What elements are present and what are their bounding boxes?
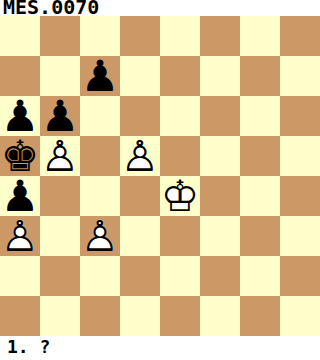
square-b3[interactable] xyxy=(40,216,80,256)
square-a4[interactable]: ♟ xyxy=(0,176,40,216)
square-b1[interactable] xyxy=(40,296,80,336)
white-pawn-outline: ♙ xyxy=(80,216,120,256)
square-g1[interactable] xyxy=(240,296,280,336)
square-c4[interactable] xyxy=(80,176,120,216)
chess-board: ♟♟♟♚♟♙♟♙♟♚♔♟♙♟♙ xyxy=(0,16,320,336)
square-a6[interactable]: ♟ xyxy=(0,96,40,136)
square-e6[interactable] xyxy=(160,96,200,136)
square-a3[interactable]: ♟♙ xyxy=(0,216,40,256)
black-pawn-glyph: ♟ xyxy=(40,96,80,136)
square-d3[interactable] xyxy=(120,216,160,256)
square-e8[interactable] xyxy=(160,16,200,56)
square-a8[interactable] xyxy=(0,16,40,56)
square-e3[interactable] xyxy=(160,216,200,256)
square-e2[interactable] xyxy=(160,256,200,296)
diagram-title: MES.0070 xyxy=(3,0,99,16)
square-a5[interactable]: ♚ xyxy=(0,136,40,176)
square-f2[interactable] xyxy=(200,256,240,296)
square-f1[interactable] xyxy=(200,296,240,336)
square-c6[interactable] xyxy=(80,96,120,136)
black-pawn-glyph: ♟ xyxy=(80,56,120,96)
black-pawn: ♟ xyxy=(0,96,40,136)
square-g7[interactable] xyxy=(240,56,280,96)
black-pawn-glyph: ♟ xyxy=(0,176,40,216)
white-king: ♚♔ xyxy=(160,176,200,216)
square-h2[interactable] xyxy=(280,256,320,296)
square-h5[interactable] xyxy=(280,136,320,176)
black-pawn-glyph: ♟ xyxy=(0,96,40,136)
square-b2[interactable] xyxy=(40,256,80,296)
square-f5[interactable] xyxy=(200,136,240,176)
square-h6[interactable] xyxy=(280,96,320,136)
square-b7[interactable] xyxy=(40,56,80,96)
square-d7[interactable] xyxy=(120,56,160,96)
square-e4[interactable]: ♚♔ xyxy=(160,176,200,216)
black-pawn: ♟ xyxy=(80,56,120,96)
square-b8[interactable] xyxy=(40,16,80,56)
square-g2[interactable] xyxy=(240,256,280,296)
square-g6[interactable] xyxy=(240,96,280,136)
square-d2[interactable] xyxy=(120,256,160,296)
black-king-glyph: ♚ xyxy=(0,136,40,176)
white-king-outline: ♔ xyxy=(160,176,200,216)
square-h4[interactable] xyxy=(280,176,320,216)
square-h7[interactable] xyxy=(280,56,320,96)
white-pawn: ♟♙ xyxy=(0,216,40,256)
square-c3[interactable]: ♟♙ xyxy=(80,216,120,256)
square-g5[interactable] xyxy=(240,136,280,176)
square-c1[interactable] xyxy=(80,296,120,336)
square-e5[interactable] xyxy=(160,136,200,176)
square-d4[interactable] xyxy=(120,176,160,216)
square-a7[interactable] xyxy=(0,56,40,96)
square-e1[interactable] xyxy=(160,296,200,336)
black-king: ♚ xyxy=(0,136,40,176)
white-pawn: ♟♙ xyxy=(120,136,160,176)
white-pawn: ♟♙ xyxy=(80,216,120,256)
square-b6[interactable]: ♟ xyxy=(40,96,80,136)
white-pawn-outline: ♙ xyxy=(120,136,160,176)
square-e7[interactable] xyxy=(160,56,200,96)
square-g3[interactable] xyxy=(240,216,280,256)
white-pawn-outline: ♙ xyxy=(40,136,80,176)
white-pawn-outline: ♙ xyxy=(0,216,40,256)
square-a1[interactable] xyxy=(0,296,40,336)
black-pawn: ♟ xyxy=(0,176,40,216)
white-pawn: ♟♙ xyxy=(40,136,80,176)
square-b5[interactable]: ♟♙ xyxy=(40,136,80,176)
square-c2[interactable] xyxy=(80,256,120,296)
square-f4[interactable] xyxy=(200,176,240,216)
square-c8[interactable] xyxy=(80,16,120,56)
square-h8[interactable] xyxy=(280,16,320,56)
square-d5[interactable]: ♟♙ xyxy=(120,136,160,176)
square-g4[interactable] xyxy=(240,176,280,216)
square-f3[interactable] xyxy=(200,216,240,256)
square-d6[interactable] xyxy=(120,96,160,136)
square-h1[interactable] xyxy=(280,296,320,336)
square-c7[interactable]: ♟ xyxy=(80,56,120,96)
square-c5[interactable] xyxy=(80,136,120,176)
square-d1[interactable] xyxy=(120,296,160,336)
square-a2[interactable] xyxy=(0,256,40,296)
square-f8[interactable] xyxy=(200,16,240,56)
square-f7[interactable] xyxy=(200,56,240,96)
square-b4[interactable] xyxy=(40,176,80,216)
square-g8[interactable] xyxy=(240,16,280,56)
square-h3[interactable] xyxy=(280,216,320,256)
square-d8[interactable] xyxy=(120,16,160,56)
square-f6[interactable] xyxy=(200,96,240,136)
black-pawn: ♟ xyxy=(40,96,80,136)
move-prompt: 1. ? xyxy=(7,338,50,358)
chess-diagram-page: MES.0070 ♟♟♟♚♟♙♟♙♟♚♔♟♙♟♙ 1. ? xyxy=(0,0,320,360)
